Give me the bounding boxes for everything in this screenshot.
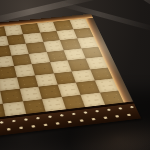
slate-crease-highlight: [116, 0, 150, 17]
photo-scene: [0, 0, 150, 150]
